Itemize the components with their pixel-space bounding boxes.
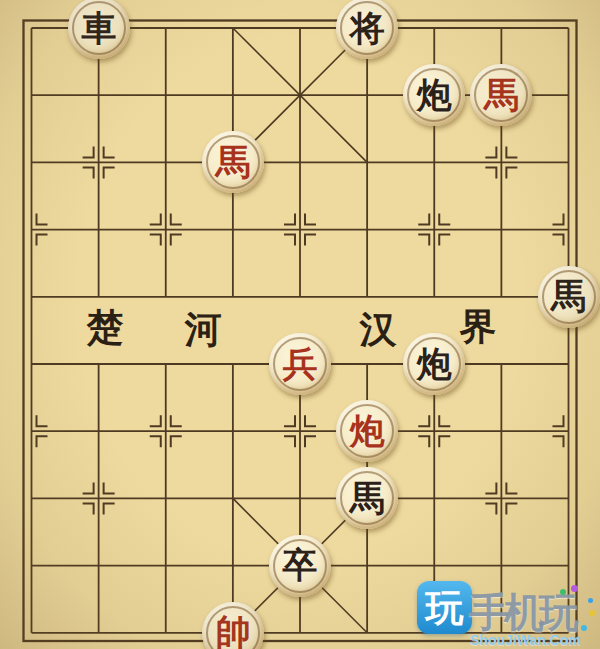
- river-label-chu: 楚: [87, 303, 124, 353]
- piece-red-soldier[interactable]: 兵: [269, 333, 331, 395]
- xiangqi-board[interactable]: 楚 河 汉 界 車将炮馬馬馬兵炮炮馬卒帥: [0, 0, 600, 649]
- piece-red-cannon[interactable]: 炮: [336, 400, 398, 462]
- piece-glyph: 炮: [417, 78, 452, 113]
- piece-red-horse-2[interactable]: 馬: [202, 131, 264, 193]
- piece-black-cannon-2[interactable]: 炮: [403, 333, 465, 395]
- piece-glyph: 馬: [551, 279, 586, 314]
- river-label-han: 汉: [360, 305, 397, 355]
- piece-black-cannon-1[interactable]: 炮: [403, 64, 465, 126]
- piece-glyph: 卒: [283, 548, 318, 583]
- xiangqi-screenshot: 楚 河 汉 界 車将炮馬馬馬兵炮炮馬卒帥 玩 手机玩 ShouJiWan.Com: [0, 0, 600, 649]
- piece-glyph: 車: [81, 11, 116, 46]
- piece-glyph: 炮: [417, 347, 452, 382]
- piece-glyph: 馬: [484, 78, 519, 113]
- piece-black-chariot[interactable]: 車: [68, 0, 130, 59]
- piece-glyph: 炮: [350, 414, 385, 449]
- piece-glyph: 帥: [215, 615, 250, 649]
- river-label-he: 河: [185, 305, 222, 355]
- piece-black-soldier[interactable]: 卒: [269, 535, 331, 597]
- river-label-jie: 界: [460, 302, 497, 352]
- piece-glyph: 将: [350, 11, 385, 46]
- piece-glyph: 兵: [283, 347, 318, 382]
- piece-glyph: 馬: [215, 145, 250, 180]
- piece-glyph: 馬: [350, 481, 385, 516]
- piece-black-horse-1[interactable]: 馬: [538, 266, 600, 328]
